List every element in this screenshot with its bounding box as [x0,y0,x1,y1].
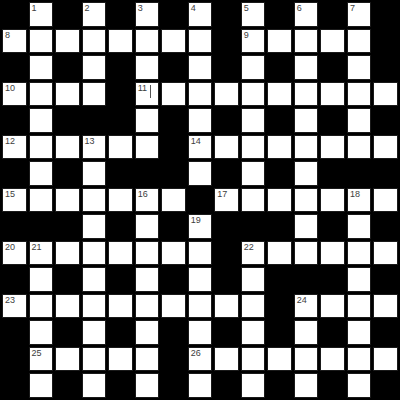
black-cell-r2-c8 [214,55,239,80]
black-cell-r0-c8 [214,2,239,27]
cell-r4-c9[interactable] [241,108,266,133]
cell-r5-c0[interactable]: 12 [2,135,27,160]
cell-r13-c12[interactable] [320,347,345,372]
black-cell-r14-c0 [2,373,27,398]
cell-r11-c6[interactable] [161,294,186,319]
cell-r13-c2[interactable] [55,347,80,372]
cell-r11-c0[interactable]: 23 [2,294,27,319]
cell-r10-c5[interactable] [135,267,160,292]
black-cell-r6-c6 [161,161,186,186]
black-cell-r0-c0 [2,2,27,27]
cell-r12-c13[interactable] [347,320,372,345]
black-cell-r8-c2 [55,214,80,239]
black-cell-r10-c11 [294,267,319,292]
black-cell-r0-c4 [108,2,133,27]
cell-r11-c5[interactable] [135,294,160,319]
cell-r5-c4[interactable] [108,135,133,160]
cell-r4-c13[interactable] [347,108,372,133]
clue-number-15: 15 [5,189,15,200]
clue-number-16: 16 [138,189,148,200]
cell-r3-c9[interactable] [241,82,266,107]
black-cell-r2-c4 [108,55,133,80]
black-cell-r0-c10 [267,2,292,27]
black-cell-r12-c14 [373,320,398,345]
cell-r10-c13[interactable] [347,267,372,292]
black-cell-r8-c14 [373,214,398,239]
cell-r5-c13[interactable] [347,135,372,160]
clue-number-26: 26 [191,348,201,359]
cell-r9-c10[interactable] [267,241,292,266]
cell-r13-c14[interactable] [373,347,398,372]
cell-r3-c3[interactable] [82,82,107,107]
clue-number-19: 19 [191,215,201,226]
black-cell-r10-c10 [267,267,292,292]
cell-r13-c11[interactable] [294,347,319,372]
cell-r5-c9[interactable] [241,135,266,160]
cell-r2-c1[interactable] [29,55,54,80]
clue-number-5: 5 [244,3,249,14]
black-cell-r10-c0 [2,267,27,292]
cell-r7-c1[interactable] [29,188,54,213]
black-cell-r6-c10 [267,161,292,186]
clue-number-23: 23 [5,295,15,306]
clue-number-13: 13 [85,136,95,147]
black-cell-r6-c2 [55,161,80,186]
black-cell-r2-c0 [2,55,27,80]
cell-r5-c14[interactable] [373,135,398,160]
cell-r7-c0[interactable]: 15 [2,188,27,213]
cell-r10-c9[interactable] [241,267,266,292]
cell-r7-c2[interactable] [55,188,80,213]
cell-r9-c9[interactable]: 22 [241,241,266,266]
cell-r3-c10[interactable] [267,82,292,107]
black-cell-r9-c8 [214,241,239,266]
black-cell-r14-c10 [267,373,292,398]
cell-r4-c11[interactable] [294,108,319,133]
cell-r1-c10[interactable] [267,29,292,54]
cell-r3-c2[interactable] [55,82,80,107]
black-cell-r8-c0 [2,214,27,239]
cell-r14-c11[interactable] [294,373,319,398]
black-cell-r14-c8 [214,373,239,398]
clue-number-17: 17 [217,189,227,200]
cell-r9-c5[interactable] [135,241,160,266]
cell-r3-c14[interactable] [373,82,398,107]
cell-r1-c2[interactable] [55,29,80,54]
cell-r1-c9[interactable]: 9 [241,29,266,54]
black-cell-r4-c2 [55,108,80,133]
black-cell-r8-c8 [214,214,239,239]
cell-r7-c9[interactable] [241,188,266,213]
cell-r11-c2[interactable] [55,294,80,319]
cell-r10-c3[interactable] [82,267,107,292]
cell-r4-c7[interactable] [188,108,213,133]
text-cursor [150,85,151,98]
cell-r9-c12[interactable] [320,241,345,266]
cell-r3-c13[interactable] [347,82,372,107]
black-cell-r12-c8 [214,320,239,345]
cell-r4-c1[interactable] [29,108,54,133]
clue-number-12: 12 [5,136,15,147]
cell-r5-c11[interactable] [294,135,319,160]
cell-r10-c1[interactable] [29,267,54,292]
cell-r9-c14[interactable] [373,241,398,266]
cell-r13-c1[interactable]: 25 [29,347,54,372]
cell-r13-c8[interactable] [214,347,239,372]
clue-number-14: 14 [191,136,201,147]
clue-number-9: 9 [244,30,249,41]
black-cell-r0-c14 [373,2,398,27]
black-cell-r2-c12 [320,55,345,80]
cell-r12-c5[interactable] [135,320,160,345]
cell-r13-c5[interactable] [135,347,160,372]
cell-r11-c7[interactable] [188,294,213,319]
black-cell-r12-c4 [108,320,133,345]
cell-r1-c0[interactable]: 8 [2,29,27,54]
black-cell-r2-c10 [267,55,292,80]
black-cell-r14-c12 [320,373,345,398]
cell-r6-c9[interactable] [241,161,266,186]
cell-r5-c7[interactable]: 14 [188,135,213,160]
clue-number-2: 2 [85,3,90,14]
black-cell-r12-c2 [55,320,80,345]
black-cell-r2-c2 [55,55,80,80]
cell-r13-c3[interactable] [82,347,107,372]
cell-r0-c13[interactable]: 7 [347,2,372,27]
cell-r11-c9[interactable] [241,294,266,319]
cell-r1-c12[interactable] [320,29,345,54]
clue-number-8: 8 [5,30,10,41]
cell-r2-c11[interactable] [294,55,319,80]
clue-number-18: 18 [350,189,360,200]
cell-r7-c11[interactable] [294,188,319,213]
cell-r9-c11[interactable] [294,241,319,266]
black-cell-r5-c6 [161,135,186,160]
cell-r12-c11[interactable] [294,320,319,345]
cell-r0-c9[interactable]: 5 [241,2,266,27]
black-cell-r14-c6 [161,373,186,398]
cell-r9-c13[interactable] [347,241,372,266]
clue-number-11: 11 [138,83,147,94]
black-cell-r8-c1 [29,214,54,239]
black-cell-r1-c14 [373,29,398,54]
cell-r6-c3[interactable] [82,161,107,186]
cell-r11-c8[interactable] [214,294,239,319]
cell-r1-c5[interactable] [135,29,160,54]
black-cell-r8-c10 [267,214,292,239]
cell-r11-c1[interactable] [29,294,54,319]
cell-r1-c7[interactable] [188,29,213,54]
cell-r7-c12[interactable] [320,188,345,213]
clue-number-20: 20 [5,242,15,253]
cell-r2-c3[interactable] [82,55,107,80]
cell-r6-c11[interactable] [294,161,319,186]
cell-r0-c7[interactable]: 4 [188,2,213,27]
cell-r10-c7[interactable] [188,267,213,292]
clue-number-1: 1 [32,3,37,14]
black-cell-r2-c14 [373,55,398,80]
black-cell-r12-c10 [267,320,292,345]
cell-r14-c13[interactable] [347,373,372,398]
black-cell-r4-c6 [161,108,186,133]
cell-r1-c13[interactable] [347,29,372,54]
cell-r13-c13[interactable] [347,347,372,372]
black-cell-r14-c2 [55,373,80,398]
cell-r14-c7[interactable] [188,373,213,398]
black-cell-r6-c12 [320,161,345,186]
cell-r0-c5[interactable]: 3 [135,2,160,27]
cell-r2-c5[interactable] [135,55,160,80]
clue-number-3: 3 [138,3,143,14]
cell-r7-c5[interactable]: 16 [135,188,160,213]
cell-r2-c9[interactable] [241,55,266,80]
cell-r9-c4[interactable] [108,241,133,266]
black-cell-r10-c8 [214,267,239,292]
cell-r6-c7[interactable] [188,161,213,186]
cell-r11-c3[interactable] [82,294,107,319]
cell-r9-c3[interactable] [82,241,107,266]
cell-r5-c8[interactable] [214,135,239,160]
black-cell-r0-c2 [55,2,80,27]
black-cell-r6-c5 [135,161,160,186]
black-cell-r11-c10 [267,294,292,319]
cell-r5-c5[interactable] [135,135,160,160]
cell-r2-c7[interactable] [188,55,213,80]
cell-r7-c8[interactable]: 17 [214,188,239,213]
cell-r9-c0[interactable]: 20 [2,241,27,266]
cell-r5-c3[interactable]: 13 [82,135,107,160]
clue-number-22: 22 [244,242,254,253]
black-cell-r10-c2 [55,267,80,292]
black-cell-r8-c4 [108,214,133,239]
cell-r1-c3[interactable] [82,29,107,54]
clue-number-21: 21 [32,242,42,253]
clue-number-6: 6 [297,3,302,14]
cell-r1-c11[interactable] [294,29,319,54]
black-cell-r4-c4 [108,108,133,133]
black-cell-r4-c14 [373,108,398,133]
black-cell-r4-c0 [2,108,27,133]
black-cell-r14-c4 [108,373,133,398]
cell-r11-c14[interactable] [373,294,398,319]
cell-r3-c11[interactable] [294,82,319,107]
cell-r1-c4[interactable] [108,29,133,54]
black-cell-r7-c7 [188,188,213,213]
black-cell-r10-c12 [320,267,345,292]
cell-r7-c6[interactable] [161,188,186,213]
cell-r8-c13[interactable] [347,214,372,239]
cell-r0-c3[interactable]: 2 [82,2,107,27]
cell-r9-c6[interactable] [161,241,186,266]
cell-r2-c13[interactable] [347,55,372,80]
black-cell-r6-c13 [347,161,372,186]
black-cell-r8-c12 [320,214,345,239]
black-cell-r4-c8 [214,108,239,133]
cell-r13-c9[interactable] [241,347,266,372]
cell-r1-c6[interactable] [161,29,186,54]
cell-r12-c1[interactable] [29,320,54,345]
cell-r12-c3[interactable] [82,320,107,345]
cell-r3-c5[interactable]: 11 [135,82,160,107]
cell-r14-c3[interactable] [82,373,107,398]
cell-r3-c6[interactable] [161,82,186,107]
black-cell-r10-c4 [108,267,133,292]
black-cell-r2-c6 [161,55,186,80]
black-cell-r4-c10 [267,108,292,133]
cell-r8-c11[interactable] [294,214,319,239]
cell-r13-c4[interactable] [108,347,133,372]
cell-r5-c12[interactable] [320,135,345,160]
cell-r14-c1[interactable] [29,373,54,398]
clue-number-7: 7 [350,3,355,14]
cell-r11-c11[interactable]: 24 [294,294,319,319]
cell-r8-c3[interactable] [82,214,107,239]
black-cell-r10-c14 [373,267,398,292]
cell-r11-c4[interactable] [108,294,133,319]
cell-r4-c5[interactable] [135,108,160,133]
cell-r13-c10[interactable] [267,347,292,372]
black-cell-r10-c6 [161,267,186,292]
clue-number-10: 10 [5,83,15,94]
cell-r3-c1[interactable] [29,82,54,107]
cell-r7-c4[interactable] [108,188,133,213]
black-cell-r6-c8 [214,161,239,186]
clue-number-4: 4 [191,3,196,14]
black-cell-r12-c6 [161,320,186,345]
black-cell-r8-c6 [161,214,186,239]
cell-r9-c7[interactable] [188,241,213,266]
black-cell-r13-c0 [2,347,27,372]
cell-r1-c1[interactable] [29,29,54,54]
cell-r0-c1[interactable]: 1 [29,2,54,27]
black-cell-r3-c4 [108,82,133,107]
black-cell-r6-c0 [2,161,27,186]
cell-r13-c7[interactable]: 26 [188,347,213,372]
cell-r3-c12[interactable] [320,82,345,107]
cell-r3-c0[interactable]: 10 [2,82,27,107]
cell-r7-c14[interactable] [373,188,398,213]
crossword-board: 1234567891011121314151617181920212223242… [0,0,400,400]
cell-r8-c5[interactable] [135,214,160,239]
cell-r6-c1[interactable] [29,161,54,186]
cell-r5-c10[interactable] [267,135,292,160]
cell-r11-c12[interactable] [320,294,345,319]
black-cell-r12-c12 [320,320,345,345]
black-cell-r6-c14 [373,161,398,186]
cell-r12-c7[interactable] [188,320,213,345]
clue-number-25: 25 [32,348,42,359]
black-cell-r1-c8 [214,29,239,54]
cell-r7-c3[interactable] [82,188,107,213]
cell-r0-c11[interactable]: 6 [294,2,319,27]
black-cell-r12-c0 [2,320,27,345]
cell-r8-c7[interactable]: 19 [188,214,213,239]
black-cell-r6-c4 [108,161,133,186]
black-cell-r0-c6 [161,2,186,27]
black-cell-r14-c14 [373,373,398,398]
cell-r5-c1[interactable] [29,135,54,160]
cell-r12-c9[interactable] [241,320,266,345]
cell-r9-c2[interactable] [55,241,80,266]
cell-r11-c13[interactable] [347,294,372,319]
black-cell-r0-c12 [320,2,345,27]
cell-r14-c5[interactable] [135,373,160,398]
cell-r7-c10[interactable] [267,188,292,213]
black-cell-r8-c9 [241,214,266,239]
cell-r3-c7[interactable] [188,82,213,107]
black-cell-r4-c12 [320,108,345,133]
black-cell-r13-c6 [161,347,186,372]
cell-r7-c13[interactable]: 18 [347,188,372,213]
clue-number-24: 24 [297,295,307,306]
cell-r5-c2[interactable] [55,135,80,160]
black-cell-r4-c3 [82,108,107,133]
cell-r9-c1[interactable]: 21 [29,241,54,266]
cell-r14-c9[interactable] [241,373,266,398]
cell-r3-c8[interactable] [214,82,239,107]
